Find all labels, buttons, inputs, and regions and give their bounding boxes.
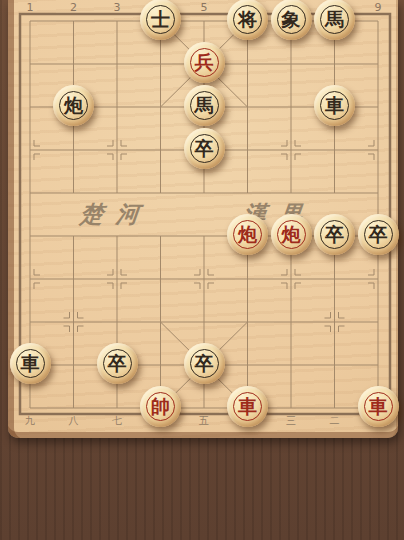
piece-black-卒[interactable]: 卒 [184,343,225,384]
piece-glyph: 卒 [195,354,214,373]
piece-black-将[interactable]: 将 [227,0,268,40]
piece-black-卒[interactable]: 卒 [358,214,399,255]
piece-black-馬[interactable]: 馬 [314,0,355,40]
piece-glyph: 将 [238,10,257,29]
xiangqi-app: 123456789九八七六五四三二一 楚河 漢界 士将象馬兵炮馬車卒炮炮卒卒車卒… [0,0,404,540]
piece-red-車[interactable]: 車 [358,386,399,427]
piece-ring: 車 [320,91,349,120]
bottom-col-label-7: 三 [284,415,298,427]
piece-ring: 炮 [59,91,88,120]
piece-black-士[interactable]: 士 [140,0,181,40]
piece-glyph: 卒 [195,139,214,158]
piece-glyph: 卒 [325,225,344,244]
piece-red-帥[interactable]: 帥 [140,386,181,427]
top-col-label-9: 9 [371,2,385,14]
piece-ring: 馬 [320,5,349,34]
piece-ring: 兵 [190,48,219,77]
status-bar: 步数:0 00:03 评论300 游侠网 [0,438,404,540]
top-col-label-1: 1 [23,2,37,14]
piece-red-炮[interactable]: 炮 [227,214,268,255]
piece-glyph: 車 [238,397,257,416]
piece-ring: 卒 [364,220,393,249]
piece-ring: 炮 [233,220,262,249]
piece-ring: 車 [233,392,262,421]
piece-red-兵[interactable]: 兵 [184,42,225,83]
piece-glyph: 車 [325,96,344,115]
bottom-col-label-3: 七 [110,415,124,427]
piece-ring: 卒 [190,349,219,378]
piece-ring: 士 [146,5,175,34]
piece-ring: 将 [233,5,262,34]
piece-black-車[interactable]: 車 [10,343,51,384]
piece-ring: 象 [277,5,306,34]
piece-glyph: 卒 [108,354,127,373]
piece-red-炮[interactable]: 炮 [271,214,312,255]
top-col-label-2: 2 [67,2,81,14]
piece-black-卒[interactable]: 卒 [184,128,225,169]
piece-ring: 馬 [190,91,219,120]
bottom-col-label-1: 九 [23,415,37,427]
piece-glyph: 車 [21,354,40,373]
piece-glyph: 象 [282,10,301,29]
piece-black-炮[interactable]: 炮 [53,85,94,126]
piece-ring: 卒 [103,349,132,378]
top-col-label-3: 3 [110,2,124,14]
piece-glyph: 士 [151,10,170,29]
piece-glyph: 馬 [325,10,344,29]
piece-glyph: 車 [369,397,388,416]
bottom-col-label-2: 八 [67,415,81,427]
piece-ring: 炮 [277,220,306,249]
piece-glyph: 兵 [195,53,214,72]
piece-black-象[interactable]: 象 [271,0,312,40]
river-text-left: 楚河 [78,199,153,230]
piece-ring: 車 [16,349,45,378]
piece-black-車[interactable]: 車 [314,85,355,126]
piece-glyph: 炮 [64,96,83,115]
piece-black-卒[interactable]: 卒 [314,214,355,255]
bottom-col-label-5: 五 [197,415,211,427]
piece-ring: 車 [364,392,393,421]
piece-glyph: 帥 [151,397,170,416]
piece-glyph: 炮 [282,225,301,244]
piece-glyph: 卒 [369,225,388,244]
piece-red-車[interactable]: 車 [227,386,268,427]
piece-ring: 卒 [190,134,219,163]
bottom-col-label-8: 二 [328,415,342,427]
piece-black-馬[interactable]: 馬 [184,85,225,126]
piece-ring: 卒 [320,220,349,249]
piece-black-卒[interactable]: 卒 [97,343,138,384]
piece-glyph: 炮 [238,225,257,244]
piece-ring: 帥 [146,392,175,421]
top-col-label-5: 5 [197,2,211,14]
piece-glyph: 馬 [195,96,214,115]
